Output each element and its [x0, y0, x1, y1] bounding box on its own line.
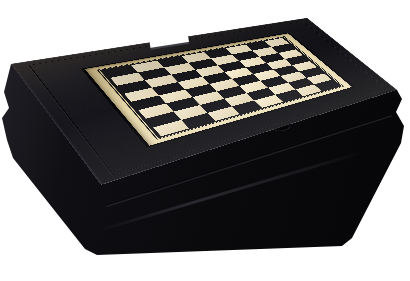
back-notch [148, 26, 189, 48]
chess-box-photo [0, 0, 410, 281]
